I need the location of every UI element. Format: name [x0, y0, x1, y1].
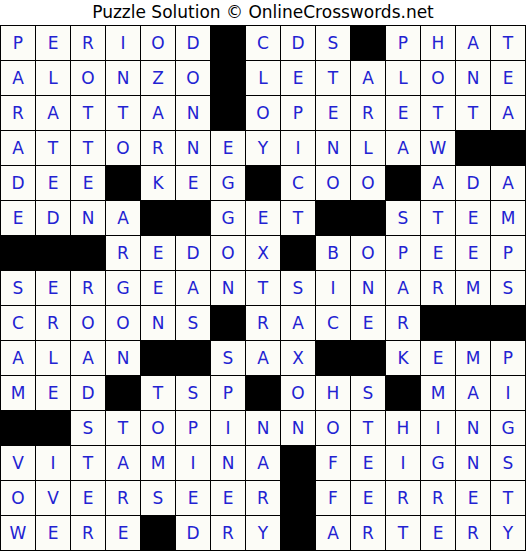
- grid-cell: T: [246, 271, 281, 306]
- grid-cell: M: [141, 446, 176, 481]
- grid-cell: Y: [246, 516, 281, 551]
- grid-cell: T: [456, 96, 491, 131]
- grid-cell: D: [176, 26, 211, 61]
- grid-cell: E: [386, 96, 421, 131]
- grid-cell: R: [71, 26, 106, 61]
- grid-cell: V: [1, 446, 36, 481]
- grid-cell: N: [351, 271, 386, 306]
- grid-cell: E: [456, 201, 491, 236]
- grid-cell: O: [71, 61, 106, 96]
- crossword-grid: PERIODCDSPHATALONZOLETALONERATTANOPERETT…: [0, 25, 526, 551]
- grid-cell: D: [281, 26, 316, 61]
- grid-cell: A: [246, 446, 281, 481]
- grid-cell: T: [491, 26, 526, 61]
- black-cell: [36, 236, 71, 271]
- grid-cell: A: [421, 166, 456, 201]
- grid-cell: N: [176, 96, 211, 131]
- grid-cell: N: [211, 271, 246, 306]
- black-cell: [246, 376, 281, 411]
- grid-cell: P: [386, 236, 421, 271]
- grid-cell: G: [106, 271, 141, 306]
- grid-cell: E: [71, 166, 106, 201]
- grid-cell: B: [316, 236, 351, 271]
- grid-cell: Y: [246, 131, 281, 166]
- grid-cell: A: [176, 271, 211, 306]
- grid-cell: C: [281, 166, 316, 201]
- grid-cell: S: [141, 481, 176, 516]
- grid-cell: S: [1, 271, 36, 306]
- grid-cell: Z: [141, 61, 176, 96]
- black-cell: [71, 236, 106, 271]
- black-cell: [1, 411, 36, 446]
- grid-cell: D: [1, 166, 36, 201]
- grid-cell: X: [246, 236, 281, 271]
- grid-cell: A: [246, 341, 281, 376]
- grid-cell: T: [421, 201, 456, 236]
- grid-cell: H: [316, 376, 351, 411]
- grid-cell: C: [1, 306, 36, 341]
- grid-cell: E: [456, 236, 491, 271]
- black-cell: [106, 166, 141, 201]
- grid-cell: M: [456, 341, 491, 376]
- grid-cell: T: [36, 131, 71, 166]
- grid-cell: A: [491, 166, 526, 201]
- grid-cell: A: [1, 131, 36, 166]
- grid-cell: Y: [491, 516, 526, 551]
- grid-cell: N: [106, 61, 141, 96]
- grid-cell: E: [106, 516, 141, 551]
- grid-cell: R: [351, 96, 386, 131]
- grid-cell: N: [71, 201, 106, 236]
- grid-cell: A: [106, 201, 141, 236]
- black-cell: [141, 201, 176, 236]
- grid-cell: P: [491, 236, 526, 271]
- grid-cell: E: [491, 61, 526, 96]
- black-cell: [351, 26, 386, 61]
- grid-cell: O: [281, 376, 316, 411]
- grid-cell: D: [71, 376, 106, 411]
- grid-cell: D: [456, 166, 491, 201]
- black-cell: [246, 166, 281, 201]
- grid-cell: W: [421, 131, 456, 166]
- black-cell: [421, 306, 456, 341]
- grid-cell: A: [316, 516, 351, 551]
- black-cell: [141, 516, 176, 551]
- grid-cell: N: [456, 411, 491, 446]
- black-cell: [316, 341, 351, 376]
- grid-cell: E: [281, 61, 316, 96]
- grid-cell: R: [1, 96, 36, 131]
- grid-cell: A: [456, 26, 491, 61]
- black-cell: [316, 201, 351, 236]
- black-cell: [456, 306, 491, 341]
- black-cell: [351, 201, 386, 236]
- grid-cell: D: [176, 516, 211, 551]
- grid-cell: A: [1, 61, 36, 96]
- grid-cell: R: [141, 131, 176, 166]
- grid-cell: R: [71, 516, 106, 551]
- grid-cell: P: [491, 341, 526, 376]
- grid-cell: A: [71, 341, 106, 376]
- grid-cell: I: [491, 376, 526, 411]
- grid-cell: E: [36, 271, 71, 306]
- grid-cell: E: [71, 481, 106, 516]
- black-cell: [106, 376, 141, 411]
- grid-cell: A: [491, 96, 526, 131]
- grid-cell: O: [141, 26, 176, 61]
- grid-cell: O: [351, 236, 386, 271]
- black-cell: [36, 411, 71, 446]
- grid-cell: N: [176, 131, 211, 166]
- grid-cell: M: [421, 376, 456, 411]
- grid-cell: R: [421, 481, 456, 516]
- grid-cell: I: [281, 131, 316, 166]
- grid-cell: G: [211, 201, 246, 236]
- black-cell: [456, 131, 491, 166]
- grid-cell: A: [456, 376, 491, 411]
- grid-cell: R: [211, 516, 246, 551]
- grid-cell: A: [141, 96, 176, 131]
- grid-cell: W: [1, 516, 36, 551]
- grid-cell: S: [316, 26, 351, 61]
- grid-cell: A: [106, 446, 141, 481]
- black-cell: [211, 306, 246, 341]
- grid-cell: P: [386, 26, 421, 61]
- grid-cell: R: [106, 481, 141, 516]
- grid-cell: R: [386, 481, 421, 516]
- grid-cell: T: [71, 446, 106, 481]
- grid-cell: E: [141, 271, 176, 306]
- grid-cell: N: [141, 306, 176, 341]
- grid-cell: S: [491, 446, 526, 481]
- black-cell: [176, 341, 211, 376]
- grid-cell: A: [386, 131, 421, 166]
- grid-cell: O: [316, 411, 351, 446]
- black-cell: [176, 201, 211, 236]
- puzzle-solution-page: Puzzle Solution © OnlineCrosswords.net P…: [0, 0, 526, 551]
- grid-cell: T: [106, 411, 141, 446]
- grid-cell: P: [281, 96, 316, 131]
- grid-cell: E: [421, 516, 456, 551]
- grid-cell: A: [351, 61, 386, 96]
- grid-cell: S: [176, 376, 211, 411]
- grid-cell: E: [1, 201, 36, 236]
- grid-cell: F: [316, 446, 351, 481]
- grid-cell: I: [36, 446, 71, 481]
- grid-cell: L: [351, 131, 386, 166]
- grid-cell: R: [71, 271, 106, 306]
- grid-cell: E: [456, 481, 491, 516]
- grid-cell: C: [316, 306, 351, 341]
- grid-cell: O: [351, 166, 386, 201]
- grid-cell: I: [386, 446, 421, 481]
- grid-cell: K: [141, 166, 176, 201]
- grid-cell: L: [246, 61, 281, 96]
- page-title: Puzzle Solution © OnlineCrosswords.net: [0, 0, 526, 25]
- grid-cell: E: [36, 516, 71, 551]
- grid-cell: E: [141, 236, 176, 271]
- grid-cell: E: [36, 376, 71, 411]
- grid-cell: G: [421, 446, 456, 481]
- grid-cell: R: [351, 516, 386, 551]
- grid-cell: G: [211, 166, 246, 201]
- grid-cell: P: [1, 26, 36, 61]
- black-cell: [211, 26, 246, 61]
- grid-cell: L: [36, 341, 71, 376]
- grid-cell: E: [246, 201, 281, 236]
- grid-cell: T: [71, 131, 106, 166]
- grid-cell: K: [386, 341, 421, 376]
- grid-cell: O: [71, 306, 106, 341]
- grid-cell: T: [71, 96, 106, 131]
- grid-cell: H: [421, 26, 456, 61]
- grid-cell: T: [421, 96, 456, 131]
- grid-cell: S: [491, 271, 526, 306]
- grid-cell: I: [421, 411, 456, 446]
- grid-cell: T: [141, 376, 176, 411]
- black-cell: [491, 306, 526, 341]
- grid-cell: E: [421, 236, 456, 271]
- grid-cell: T: [281, 201, 316, 236]
- grid-cell: O: [316, 166, 351, 201]
- grid-cell: I: [176, 446, 211, 481]
- grid-cell: L: [386, 61, 421, 96]
- grid-cell: E: [351, 306, 386, 341]
- black-cell: [211, 96, 246, 131]
- grid-cell: S: [211, 341, 246, 376]
- grid-cell: E: [351, 481, 386, 516]
- grid-cell: A: [386, 271, 421, 306]
- grid-cell: E: [316, 96, 351, 131]
- grid-cell: A: [1, 341, 36, 376]
- grid-cell: O: [106, 131, 141, 166]
- grid-cell: P: [211, 376, 246, 411]
- grid-cell: I: [316, 271, 351, 306]
- grid-cell: E: [421, 341, 456, 376]
- black-cell: [281, 446, 316, 481]
- grid-cell: O: [421, 61, 456, 96]
- black-cell: [491, 131, 526, 166]
- grid-cell: E: [36, 166, 71, 201]
- grid-cell: R: [36, 306, 71, 341]
- grid-cell: S: [176, 306, 211, 341]
- black-cell: [351, 341, 386, 376]
- black-cell: [281, 516, 316, 551]
- grid-cell: R: [386, 306, 421, 341]
- grid-cell: D: [36, 201, 71, 236]
- grid-cell: E: [176, 481, 211, 516]
- grid-cell: R: [456, 516, 491, 551]
- grid-cell: N: [281, 411, 316, 446]
- grid-cell: E: [351, 446, 386, 481]
- grid-cell: M: [491, 201, 526, 236]
- black-cell: [1, 236, 36, 271]
- grid-cell: O: [211, 236, 246, 271]
- grid-cell: S: [281, 271, 316, 306]
- grid-cell: A: [281, 306, 316, 341]
- black-cell: [211, 61, 246, 96]
- grid-cell: M: [1, 376, 36, 411]
- grid-cell: V: [36, 481, 71, 516]
- grid-cell: C: [246, 26, 281, 61]
- grid-cell: N: [456, 61, 491, 96]
- grid-cell: N: [456, 446, 491, 481]
- black-cell: [141, 341, 176, 376]
- grid-cell: E: [211, 481, 246, 516]
- grid-cell: O: [1, 481, 36, 516]
- grid-cell: N: [316, 131, 351, 166]
- grid-cell: D: [176, 236, 211, 271]
- grid-cell: G: [491, 411, 526, 446]
- grid-cell: E: [36, 26, 71, 61]
- grid-cell: N: [211, 446, 246, 481]
- grid-cell: S: [386, 201, 421, 236]
- grid-cell: S: [71, 411, 106, 446]
- grid-cell: A: [36, 96, 71, 131]
- grid-cell: I: [211, 411, 246, 446]
- grid-cell: F: [316, 481, 351, 516]
- grid-cell: I: [106, 26, 141, 61]
- grid-cell: R: [106, 236, 141, 271]
- grid-cell: O: [106, 306, 141, 341]
- grid-cell: T: [351, 411, 386, 446]
- grid-cell: O: [246, 96, 281, 131]
- grid-cell: E: [211, 131, 246, 166]
- grid-cell: L: [36, 61, 71, 96]
- grid-cell: T: [491, 481, 526, 516]
- grid-cell: P: [176, 411, 211, 446]
- grid-cell: X: [281, 341, 316, 376]
- grid-cell: T: [316, 61, 351, 96]
- grid-cell: M: [456, 271, 491, 306]
- grid-cell: H: [386, 411, 421, 446]
- black-cell: [386, 376, 421, 411]
- grid-cell: E: [176, 166, 211, 201]
- black-cell: [386, 166, 421, 201]
- grid-cell: R: [421, 271, 456, 306]
- black-cell: [281, 236, 316, 271]
- grid-cell: R: [246, 306, 281, 341]
- grid-cell: O: [176, 61, 211, 96]
- grid-cell: O: [141, 411, 176, 446]
- grid-cell: S: [351, 376, 386, 411]
- grid-cell: T: [106, 96, 141, 131]
- grid-cell: R: [246, 481, 281, 516]
- grid-cell: T: [386, 516, 421, 551]
- grid-cell: N: [246, 411, 281, 446]
- black-cell: [281, 481, 316, 516]
- grid-cell: N: [106, 341, 141, 376]
